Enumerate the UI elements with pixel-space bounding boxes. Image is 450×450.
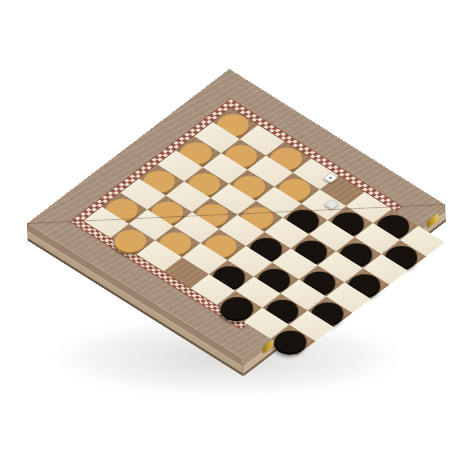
square-r6c5 [235,277,280,308]
square-r5c4 [227,246,272,277]
black-checker-piece[interactable]: ● [209,260,253,290]
square-r7c5[interactable]: ● [217,291,262,322]
scene-rotation: ●●●●●●●●●●●●●●●●●●●●●●●●●●●●●● [0,0,450,450]
light-checker-piece[interactable]: ● [201,229,245,259]
checkers-board: ●●●●●●●●●●●●●●●●●●●●●●●●●●●●●● [27,69,445,359]
square-r4c3 [219,215,264,246]
square-r6c3 [182,243,227,274]
black-checker-piece[interactable]: ● [246,232,290,262]
square-r5c5[interactable]: ● [254,263,299,294]
product-photo-canvas: ●●●●●●●●●●●●●●●●●●●●●●●●●●●●●● [0,0,450,450]
square-r7c4 [190,274,235,305]
scene: ●●●●●●●●●●●●●●●●●●●●●●●●●●●●●● [0,0,450,450]
square-r6c4[interactable]: ● [209,260,254,291]
black-checker-piece[interactable]: ● [254,263,298,293]
square-r7c1[interactable]: ● [110,224,155,255]
